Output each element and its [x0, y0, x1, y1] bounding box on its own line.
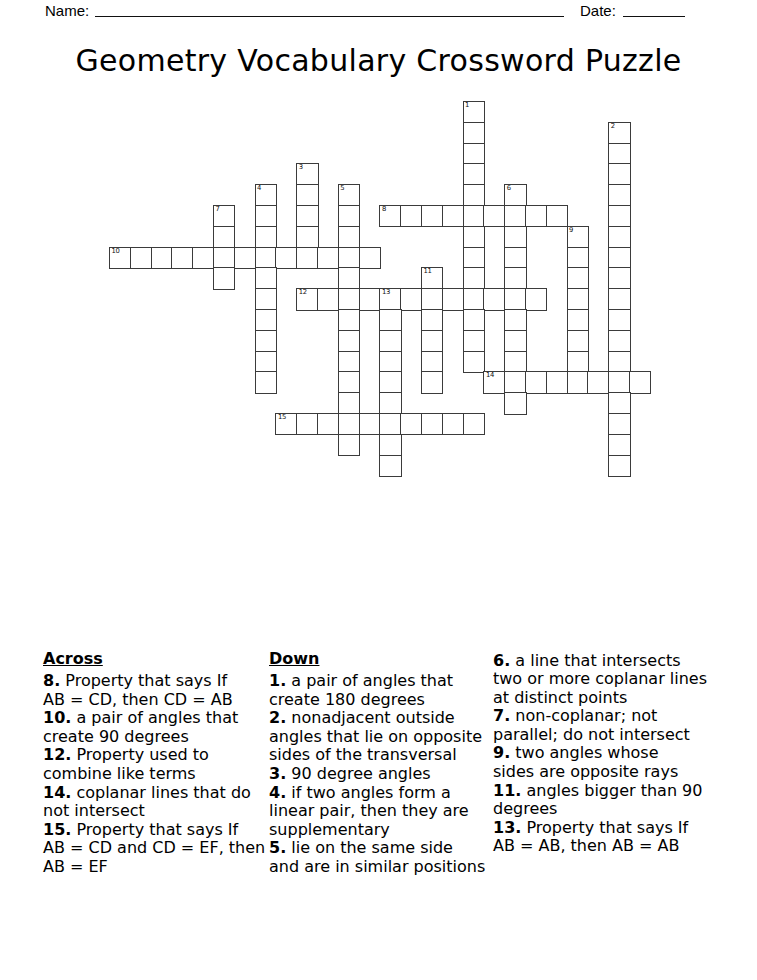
grid-cell-r6c24[interactable]	[608, 226, 630, 248]
grid-cell-r8c5[interactable]	[213, 267, 235, 289]
grid-cell-r9c17[interactable]	[463, 288, 485, 310]
clue-number-5: 5	[340, 185, 344, 193]
clue-11-down: 11. angles bigger than 90degrees	[493, 782, 735, 819]
crossword-grid: 123456789101112131415	[109, 101, 652, 478]
clue-14-across: 14. coplanar lines that donot intersect	[43, 784, 285, 821]
grid-cell-r10c24[interactable]	[608, 309, 630, 331]
grid-cell-r16c11[interactable]	[338, 434, 360, 456]
grid-cell-r9c18[interactable]	[483, 288, 505, 310]
grid-cell-r8c22[interactable]	[567, 267, 589, 289]
grid-cell-r11c24[interactable]	[608, 330, 630, 352]
grid-cell-r9c11[interactable]	[338, 288, 360, 310]
grid-cell-r13c21[interactable]	[546, 371, 568, 393]
grid-cell-r8c11[interactable]	[338, 267, 360, 289]
grid-cell-r5c14[interactable]	[400, 205, 422, 227]
grid-cell-r10c17[interactable]	[463, 309, 485, 331]
clue-number-13: 13	[382, 289, 390, 297]
clue-12-across: 12. Property used tocombine like terms	[43, 746, 285, 783]
grid-cell-r13c22[interactable]	[567, 371, 589, 393]
grid-cell-r11c15[interactable]	[421, 330, 443, 352]
grid-cell-r14c19[interactable]	[504, 392, 526, 414]
grid-cell-r6c17[interactable]	[463, 226, 485, 248]
grid-cell-r7c8[interactable]	[275, 247, 297, 269]
grid-cell-r17c13[interactable]	[379, 455, 401, 477]
clue-13-down: 13. Property that says IfAB = AB, then A…	[493, 819, 735, 856]
clue-num-label: 1.	[269, 671, 286, 690]
clue-number-15: 15	[278, 414, 286, 422]
grid-cell-r8c7[interactable]	[255, 267, 277, 289]
clue-num-label: 11.	[493, 781, 521, 800]
grid-cell-r2c24[interactable]	[608, 143, 630, 165]
grid-cell-r15c8[interactable]: 15	[275, 413, 297, 435]
grid-cell-r5c13[interactable]: 8	[379, 205, 401, 227]
grid-cell-r16c13[interactable]	[379, 434, 401, 456]
down-header: Down	[269, 650, 511, 669]
grid-cell-r7c4[interactable]	[192, 247, 214, 269]
grid-cell-r6c22[interactable]: 9	[567, 226, 589, 248]
grid-cell-r15c15[interactable]	[421, 413, 443, 435]
grid-cell-r12c7[interactable]	[255, 351, 277, 373]
across-clue-list: 8. Property that says IfAB = CD, then CD…	[43, 672, 285, 877]
grid-cell-r11c19[interactable]	[504, 330, 526, 352]
grid-cell-r14c11[interactable]	[338, 392, 360, 414]
clue-4-down: 4. if two angles form alinear pair, then…	[269, 784, 511, 840]
grid-cell-r5c7[interactable]	[255, 205, 277, 227]
clue-number-10: 10	[112, 248, 120, 256]
name-label: Name:	[45, 2, 89, 20]
grid-cell-r12c13[interactable]	[379, 351, 401, 373]
grid-cell-r9c12[interactable]	[359, 288, 381, 310]
grid-cell-r9c7[interactable]	[255, 288, 277, 310]
grid-cell-r9c16[interactable]	[442, 288, 464, 310]
grid-cell-r12c11[interactable]	[338, 351, 360, 373]
grid-cell-r13c11[interactable]	[338, 371, 360, 393]
grid-cell-r15c13[interactable]	[379, 413, 401, 435]
down-clue-list-1: 1. a pair of angles thatcreate 180 degre…	[269, 672, 511, 877]
clue-1-down: 1. a pair of angles thatcreate 180 degre…	[269, 672, 511, 709]
grid-cell-r4c17[interactable]	[463, 184, 485, 206]
grid-cell-r5c16[interactable]	[442, 205, 464, 227]
clue-num-label: 13.	[493, 818, 521, 837]
clue-6-down: 6. a line that intersectstwo or more cop…	[493, 652, 735, 708]
clue-num-label: 10.	[43, 708, 71, 727]
grid-cell-r7c2[interactable]	[151, 247, 173, 269]
grid-cell-r11c17[interactable]	[463, 330, 485, 352]
grid-cell-r11c7[interactable]	[255, 330, 277, 352]
grid-cell-r6c19[interactable]	[504, 226, 526, 248]
grid-cell-r2c17[interactable]	[463, 143, 485, 165]
grid-cell-r8c24[interactable]	[608, 267, 630, 289]
grid-cell-r0c17[interactable]: 1	[463, 101, 485, 123]
clue-num-label: 6.	[493, 651, 510, 670]
grid-cell-r9c10[interactable]	[317, 288, 339, 310]
grid-cell-r9c24[interactable]	[608, 288, 630, 310]
down-clue-list-2: 6. a line that intersectstwo or more cop…	[493, 652, 735, 857]
grid-cell-r9c14[interactable]	[400, 288, 422, 310]
grid-cell-r5c9[interactable]	[296, 205, 318, 227]
page-title: Geometry Vocabulary Crossword Puzzle	[0, 44, 757, 78]
grid-cell-r7c5[interactable]	[213, 247, 235, 269]
grid-cell-r13c7[interactable]	[255, 371, 277, 393]
clue-num-label: 4.	[269, 783, 286, 802]
grid-cell-r15c14[interactable]	[400, 413, 422, 435]
grid-cell-r7c3[interactable]	[171, 247, 193, 269]
grid-cell-r4c9[interactable]	[296, 184, 318, 206]
clue-number-4: 4	[257, 185, 261, 193]
grid-cell-r13c15[interactable]	[421, 371, 443, 393]
clue-number-14: 14	[486, 372, 494, 380]
grid-cell-r10c7[interactable]	[255, 309, 277, 331]
grid-cell-r12c15[interactable]	[421, 351, 443, 373]
down-clues-column-2: 6. a line that intersectstwo or more cop…	[493, 652, 735, 857]
grid-cell-r3c9[interactable]: 3	[296, 163, 318, 185]
clue-8-across: 8. Property that says IfAB = CD, then CD…	[43, 672, 285, 709]
grid-cell-r10c22[interactable]	[567, 309, 589, 331]
grid-cell-r12c17[interactable]	[463, 351, 485, 373]
grid-cell-r7c6[interactable]	[234, 247, 256, 269]
grid-cell-r6c7[interactable]	[255, 226, 277, 248]
grid-cell-r13c24[interactable]	[608, 371, 630, 393]
grid-cell-r3c24[interactable]	[608, 163, 630, 185]
grid-cell-r7c7[interactable]	[255, 247, 277, 269]
clue-num-label: 7.	[493, 706, 510, 725]
grid-cell-r13c25[interactable]	[629, 371, 651, 393]
grid-cell-r14c13[interactable]	[379, 392, 401, 414]
grid-cell-r4c11[interactable]: 5	[338, 184, 360, 206]
clue-2-down: 2. nonadjacent outsideangles that lie on…	[269, 709, 511, 765]
clue-number-8: 8	[382, 206, 386, 214]
grid-cell-r15c17[interactable]	[463, 413, 485, 435]
grid-cell-r12c19[interactable]	[504, 351, 526, 373]
grid-cell-r15c10[interactable]	[317, 413, 339, 435]
grid-cell-r4c7[interactable]: 4	[255, 184, 277, 206]
clue-number-2: 2	[611, 123, 615, 131]
grid-cell-r5c15[interactable]	[421, 205, 443, 227]
grid-cell-r5c24[interactable]	[608, 205, 630, 227]
grid-cell-r17c24[interactable]	[608, 455, 630, 477]
grid-cell-r8c19[interactable]	[504, 267, 526, 289]
across-clues-column: Across 8. Property that says IfAB = CD, …	[43, 650, 285, 877]
name-fill-line[interactable]	[95, 8, 564, 17]
clue-num-label: 12.	[43, 745, 71, 764]
grid-cell-r8c15[interactable]: 11	[421, 267, 443, 289]
clue-num-label: 2.	[269, 708, 286, 727]
clue-number-1: 1	[465, 102, 469, 110]
clue-number-12: 12	[299, 289, 307, 297]
grid-cell-r3c17[interactable]	[463, 163, 485, 185]
grid-cell-r15c12[interactable]	[359, 413, 381, 435]
grid-cell-r13c13[interactable]	[379, 371, 401, 393]
clue-15-across: 15. Property that says IfAB = CD and CD …	[43, 821, 285, 877]
grid-cell-r5c20[interactable]	[525, 205, 547, 227]
grid-cell-r7c11[interactable]	[338, 247, 360, 269]
across-header: Across	[43, 650, 285, 669]
grid-cell-r12c24[interactable]	[608, 351, 630, 373]
grid-cell-r16c24[interactable]	[608, 434, 630, 456]
grid-cell-r9c13[interactable]: 13	[379, 288, 401, 310]
clue-number-9: 9	[569, 227, 573, 235]
grid-cell-r7c24[interactable]	[608, 247, 630, 269]
clue-number-11: 11	[424, 268, 432, 276]
clue-3-down: 3. 90 degree angles	[269, 765, 511, 784]
grid-cell-r10c11[interactable]	[338, 309, 360, 331]
clue-5-down: 5. lie on the same sideand are in simila…	[269, 839, 511, 876]
grid-cell-r4c24[interactable]	[608, 184, 630, 206]
grid-cell-r6c9[interactable]	[296, 226, 318, 248]
grid-cell-r15c9[interactable]	[296, 413, 318, 435]
clue-number-7: 7	[216, 206, 220, 214]
clue-num-label: 9.	[493, 743, 510, 762]
grid-cell-r9c15[interactable]	[421, 288, 443, 310]
grid-cell-r13c23[interactable]	[587, 371, 609, 393]
grid-cell-r11c11[interactable]	[338, 330, 360, 352]
grid-cell-r7c19[interactable]	[504, 247, 526, 269]
grid-cell-r6c11[interactable]	[338, 226, 360, 248]
grid-cell-r7c10[interactable]	[317, 247, 339, 269]
grid-cell-r15c16[interactable]	[442, 413, 464, 435]
grid-cell-r1c24[interactable]: 2	[608, 122, 630, 144]
down-clues-column: Down 1. a pair of angles thatcreate 180 …	[269, 650, 511, 877]
grid-cell-r5c17[interactable]	[463, 205, 485, 227]
grid-cell-r7c1[interactable]	[130, 247, 152, 269]
grid-cell-r5c11[interactable]	[338, 205, 360, 227]
grid-cell-r5c5[interactable]: 7	[213, 205, 235, 227]
clue-num-label: 15.	[43, 820, 71, 839]
clue-number-6: 6	[507, 185, 511, 193]
grid-cell-r13c18[interactable]: 14	[483, 371, 505, 393]
grid-cell-r7c9[interactable]	[296, 247, 318, 269]
grid-cell-r14c24[interactable]	[608, 392, 630, 414]
grid-cell-r5c21[interactable]	[546, 205, 568, 227]
grid-cell-r9c9[interactable]: 12	[296, 288, 318, 310]
grid-cell-r9c22[interactable]	[567, 288, 589, 310]
grid-cell-r6c5[interactable]	[213, 226, 235, 248]
grid-cell-r13c19[interactable]	[504, 371, 526, 393]
clue-9-down: 9. two angles whosesides are opposite ra…	[493, 744, 735, 781]
clue-num-label: 8.	[43, 671, 60, 690]
clue-num-label: 5.	[269, 838, 286, 857]
grid-cell-r5c19[interactable]	[504, 205, 526, 227]
date-fill-line[interactable]	[623, 8, 685, 17]
grid-cell-r13c20[interactable]	[525, 371, 547, 393]
clue-num-label: 14.	[43, 783, 71, 802]
grid-cell-r7c0[interactable]: 10	[109, 247, 131, 269]
grid-cell-r10c19[interactable]	[504, 309, 526, 331]
grid-cell-r11c13[interactable]	[379, 330, 401, 352]
grid-cell-r15c11[interactable]	[338, 413, 360, 435]
clue-number-3: 3	[299, 164, 303, 172]
crossword-worksheet: Name: Date: Geometry Vocabulary Crosswor…	[0, 0, 757, 980]
grid-cell-r12c22[interactable]	[567, 351, 589, 373]
grid-cell-r5c18[interactable]	[483, 205, 505, 227]
grid-cell-r7c12[interactable]	[359, 247, 381, 269]
grid-cell-r7c17[interactable]	[463, 247, 485, 269]
grid-cell-r10c15[interactable]	[421, 309, 443, 331]
clue-7-down: 7. non-coplanar; notparallel; do not int…	[493, 707, 735, 744]
clue-num-label: 3.	[269, 764, 286, 783]
grid-cell-r4c19[interactable]: 6	[504, 184, 526, 206]
grid-cell-r10c13[interactable]	[379, 309, 401, 331]
grid-cell-r15c24[interactable]	[608, 413, 630, 435]
grid-cell-r7c22[interactable]	[567, 247, 589, 269]
grid-cell-r9c20[interactable]	[525, 288, 547, 310]
grid-cell-r1c17[interactable]	[463, 122, 485, 144]
date-label: Date:	[580, 2, 616, 20]
clue-10-across: 10. a pair of angles thatcreate 90 degre…	[43, 709, 285, 746]
grid-cell-r8c17[interactable]	[463, 267, 485, 289]
grid-cell-r9c19[interactable]	[504, 288, 526, 310]
grid-cell-r11c22[interactable]	[567, 330, 589, 352]
